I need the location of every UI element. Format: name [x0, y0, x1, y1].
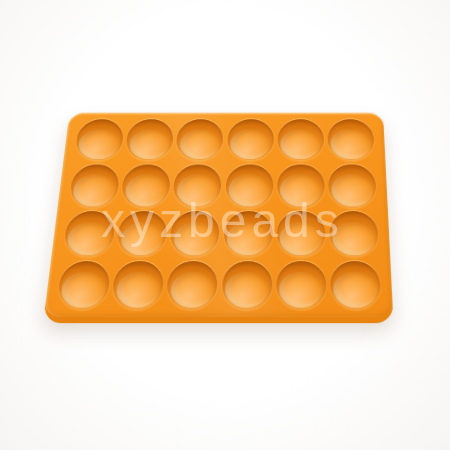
- mold-cell: [164, 259, 221, 311]
- muffin-cup-floor: [72, 174, 116, 206]
- muffin-cup-floor: [331, 129, 372, 159]
- mold-cell: [109, 259, 167, 311]
- muffin-cup: [329, 211, 379, 256]
- muffin-cup-floor: [124, 174, 167, 206]
- muffin-cup: [276, 211, 325, 256]
- mold-cell: [221, 209, 275, 258]
- muffin-cup-floor: [230, 129, 271, 159]
- muffin-cup-floor: [78, 129, 121, 159]
- mold-cell: [327, 209, 381, 258]
- muffin-cup-floor: [279, 272, 322, 307]
- muffin-cup: [170, 211, 221, 256]
- mold-cell: [275, 118, 326, 163]
- muffin-cup: [63, 211, 116, 256]
- muffin-cup: [176, 119, 224, 160]
- muffin-cup: [330, 261, 381, 309]
- muffin-cup: [277, 164, 325, 207]
- muffin-cup-floor: [332, 174, 374, 206]
- muffin-cup-floor: [179, 129, 220, 159]
- muffin-cup-floor: [228, 174, 270, 206]
- mold-cell: [54, 259, 114, 311]
- mold-cell: [171, 162, 225, 209]
- muffin-cup: [69, 164, 121, 207]
- muffin-cup-floor: [280, 129, 320, 159]
- mold-cell: [224, 118, 275, 163]
- muffin-cup: [166, 261, 218, 309]
- muffin-cup-floor: [170, 272, 215, 307]
- muffin-mold: [43, 113, 394, 324]
- muffin-cup: [277, 119, 324, 160]
- muffin-cup-floor: [128, 129, 170, 159]
- mold-cell: [325, 118, 377, 163]
- mold-cell: [114, 209, 171, 258]
- muffin-cup: [225, 164, 273, 207]
- muffin-cup: [125, 119, 174, 160]
- muffin-cup-floor: [115, 272, 161, 307]
- mold-cell: [275, 162, 327, 209]
- muffin-cup: [328, 164, 377, 207]
- mold-cell: [72, 118, 127, 163]
- muffin-cup-floor: [60, 272, 107, 307]
- muffin-cup-floor: [120, 222, 165, 256]
- muffin-cup: [111, 261, 165, 309]
- mold-cell: [326, 162, 379, 209]
- muffin-cup-floor: [280, 174, 321, 206]
- muffin-cup-floor: [226, 222, 269, 256]
- muffin-cup: [276, 261, 326, 309]
- mold-cell: [274, 209, 327, 258]
- muffin-cup-floor: [225, 272, 269, 307]
- mold-cell: [328, 259, 384, 311]
- mold-cell: [219, 259, 274, 311]
- mold-cell: [274, 259, 329, 311]
- muffin-cup: [221, 261, 272, 309]
- muffin-cup-floor: [66, 222, 111, 256]
- muffin-cup-floor: [173, 222, 217, 256]
- muffin-cup-floor: [333, 272, 377, 307]
- mold-perspective-wrap: [0, 0, 450, 450]
- mold-cell: [167, 209, 222, 258]
- muffin-cup-floor: [280, 222, 322, 256]
- muffin-cup: [223, 211, 273, 256]
- muffin-cup-floor: [176, 174, 218, 206]
- muffin-cup: [74, 119, 125, 160]
- muffin-cup-floor: [332, 222, 375, 256]
- muffin-cup: [327, 119, 374, 160]
- mold-cell: [174, 118, 226, 163]
- muffin-cup: [57, 261, 112, 309]
- muffin-cup: [121, 164, 172, 207]
- mold-cell: [123, 118, 177, 163]
- product-photo: xyzbeads: [0, 0, 450, 450]
- muffin-cup: [116, 211, 168, 256]
- mold-cell: [60, 209, 118, 258]
- mold-cell: [223, 162, 276, 209]
- muffin-cup: [173, 164, 223, 207]
- mold-cell: [66, 162, 122, 209]
- muffin-cup: [226, 119, 273, 160]
- mold-cell: [118, 162, 173, 209]
